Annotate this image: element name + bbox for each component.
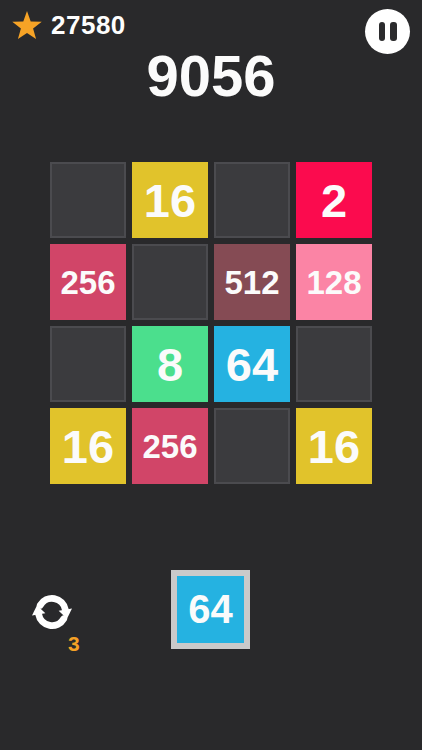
tile-2-r1c4[interactable]: 2 [296, 162, 372, 238]
game-screen: 27580 9056 1622565121288641625616 3 64 [0, 0, 422, 750]
pause-icon [379, 22, 386, 41]
tile-256-r2c1[interactable]: 256 [50, 244, 126, 320]
refresh-count-badge: 3 [68, 632, 80, 656]
next-tile-value: 64 [188, 587, 233, 632]
game-board: 1622565121288641625616 [50, 162, 372, 484]
tile-64-r3c3[interactable]: 64 [214, 326, 290, 402]
empty-cell-r1c3[interactable] [214, 162, 290, 238]
refresh-button[interactable]: 3 [24, 584, 86, 660]
star-icon [10, 9, 44, 42]
star-score-value: 27580 [51, 10, 126, 41]
tile-8-r3c2[interactable]: 8 [132, 326, 208, 402]
empty-cell-r2c2[interactable] [132, 244, 208, 320]
tile-256-r4c2[interactable]: 256 [132, 408, 208, 484]
empty-cell-r1c1[interactable] [50, 162, 126, 238]
empty-cell-r3c4[interactable] [296, 326, 372, 402]
current-score: 9056 [0, 47, 422, 105]
tile-16-r4c4[interactable]: 16 [296, 408, 372, 484]
next-tile[interactable]: 64 [171, 570, 250, 649]
tile-16-r1c2[interactable]: 16 [132, 162, 208, 238]
empty-cell-r4c3[interactable] [214, 408, 290, 484]
refresh-icon [27, 587, 77, 637]
pause-icon [390, 22, 397, 41]
tile-512-r2c3[interactable]: 512 [214, 244, 290, 320]
empty-cell-r3c1[interactable] [50, 326, 126, 402]
star-score: 27580 [10, 9, 126, 42]
tile-16-r4c1[interactable]: 16 [50, 408, 126, 484]
tile-128-r2c4[interactable]: 128 [296, 244, 372, 320]
